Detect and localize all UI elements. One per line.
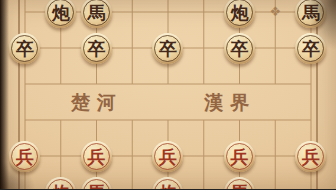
piece-black-horse[interactable]: 馬 [81, 0, 112, 28]
piece-black-soldier[interactable]: 卒 [9, 33, 40, 64]
piece-black-cannon[interactable]: 炮 [45, 0, 76, 28]
piece-glyph: 馬 [87, 4, 105, 22]
top-right-corner-shadow [290, 0, 336, 78]
piece-glyph: 兵 [87, 148, 105, 166]
piece-black-cannon[interactable]: 炮 [224, 0, 255, 28]
piece-glyph: 炮 [52, 4, 70, 22]
piece-glyph: 炮 [159, 184, 177, 190]
piece-red-soldier[interactable]: 兵 [224, 141, 255, 172]
piece-black-soldier[interactable]: 卒 [152, 33, 183, 64]
piece-glyph: 馬 [87, 184, 105, 190]
piece-red-soldier[interactable]: 兵 [81, 141, 112, 172]
bottom-left-corner-shadow [0, 147, 56, 189]
piece-red-horse[interactable]: 馬 [224, 177, 255, 190]
piece-black-soldier[interactable]: 卒 [81, 33, 112, 64]
piece-red-horse[interactable]: 馬 [81, 177, 112, 190]
piece-red-cannon[interactable]: 炮 [152, 177, 183, 190]
piece-glyph: 兵 [302, 148, 320, 166]
piece-glyph: 卒 [16, 40, 34, 58]
xiangqi-board[interactable]: 楚河 漢界 ❖ 炮馬炮馬卒卒卒卒卒兵兵兵兵兵炮馬炮馬 [0, 0, 336, 189]
piece-red-soldier[interactable]: 兵 [295, 141, 326, 172]
piece-glyph: 馬 [230, 184, 248, 190]
piece-red-soldier[interactable]: 兵 [152, 141, 183, 172]
piece-black-soldier[interactable]: 卒 [224, 33, 255, 64]
piece-glyph: 兵 [230, 148, 248, 166]
piece-glyph: 兵 [159, 148, 177, 166]
piece-glyph: 炮 [230, 4, 248, 22]
piece-glyph: 卒 [230, 40, 248, 58]
piece-glyph: 卒 [87, 40, 105, 58]
piece-glyph: 卒 [159, 40, 177, 58]
